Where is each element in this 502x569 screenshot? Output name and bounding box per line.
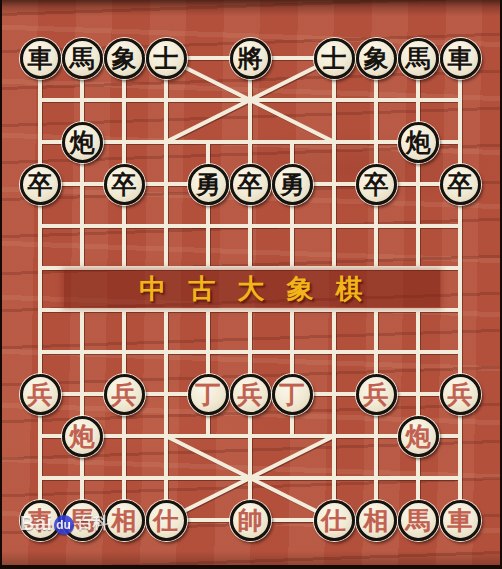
piece-black-chariot-right[interactable]: 車 — [440, 38, 481, 79]
piece-black-cannon-right[interactable]: 炮 — [398, 122, 439, 163]
piece-black-brave-left[interactable]: 勇 — [188, 164, 229, 205]
piece-red-cannon-right[interactable]: 炮 — [398, 416, 439, 457]
river-banner-title: 中古大象棋 — [0, 274, 502, 304]
piece-red-elephant-right[interactable]: 相 — [356, 500, 397, 541]
piece-red-guard-left[interactable]: 仕 — [146, 500, 187, 541]
piece-red-general[interactable]: 帥 — [230, 500, 271, 541]
piece-red-chariot-right[interactable]: 車 — [440, 500, 481, 541]
piece-black-soldier-4[interactable]: 卒 — [356, 164, 397, 205]
baidu-baike-watermark: Bai du 百科 — [20, 511, 109, 535]
piece-red-soldier-3[interactable]: 兵 — [230, 374, 271, 415]
piece-black-soldier-5[interactable]: 卒 — [440, 164, 481, 205]
watermark-baike-text: 百科 — [77, 513, 109, 534]
watermark-bai-text: Bai — [20, 512, 53, 535]
piece-red-soldier-1[interactable]: 兵 — [20, 374, 61, 415]
piece-red-guard-right[interactable]: 仕 — [314, 500, 355, 541]
piece-red-ding-left[interactable]: 丁 — [188, 374, 229, 415]
xiangqi-board-screenshot: 中古大象棋 車馬象士將士象馬車炮炮卒卒勇卒勇卒卒兵兵丁兵丁兵兵炮炮車馬相仕帥仕相… — [0, 0, 502, 569]
piece-black-brave-right[interactable]: 勇 — [272, 164, 313, 205]
piece-black-horse-right[interactable]: 馬 — [398, 38, 439, 79]
piece-red-elephant-left[interactable]: 相 — [104, 500, 145, 541]
piece-red-soldier-2[interactable]: 兵 — [104, 374, 145, 415]
piece-red-ding-right[interactable]: 丁 — [272, 374, 313, 415]
piece-black-general[interactable]: 將 — [230, 38, 271, 79]
piece-red-soldier-4[interactable]: 兵 — [356, 374, 397, 415]
piece-black-horse-left[interactable]: 馬 — [62, 38, 103, 79]
piece-black-guard-left[interactable]: 士 — [146, 38, 187, 79]
piece-black-soldier-1[interactable]: 卒 — [20, 164, 61, 205]
piece-black-chariot-left[interactable]: 車 — [20, 38, 61, 79]
piece-black-soldier-2[interactable]: 卒 — [104, 164, 145, 205]
piece-black-elephant-left[interactable]: 象 — [104, 38, 145, 79]
piece-red-cannon-left[interactable]: 炮 — [62, 416, 103, 457]
piece-black-cannon-left[interactable]: 炮 — [62, 122, 103, 163]
piece-black-guard-right[interactable]: 士 — [314, 38, 355, 79]
piece-red-horse-right[interactable]: 馬 — [398, 500, 439, 541]
piece-black-soldier-3[interactable]: 卒 — [230, 164, 271, 205]
piece-red-soldier-5[interactable]: 兵 — [440, 374, 481, 415]
piece-black-elephant-right[interactable]: 象 — [356, 38, 397, 79]
baidu-logo-icon: du — [54, 515, 74, 535]
